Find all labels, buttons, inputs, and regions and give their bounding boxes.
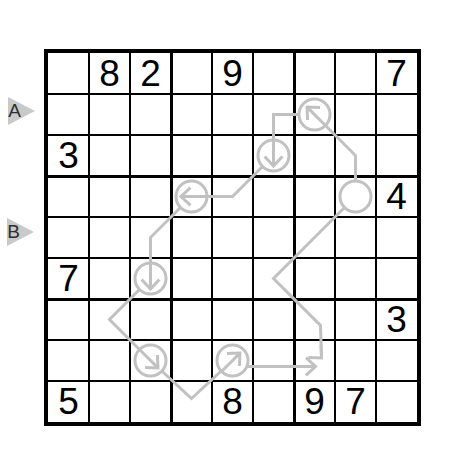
cell-r9c2[interactable]: [89, 381, 130, 422]
cell-r8c4[interactable]: [171, 340, 212, 381]
cell-r1c7[interactable]: [294, 53, 335, 94]
row-marker-b-label: B: [5, 218, 22, 246]
cell-r1c5[interactable]: 9: [212, 53, 253, 94]
cell-r2c2[interactable]: [89, 94, 130, 135]
cell-r6c5[interactable]: [212, 258, 253, 299]
cell-r9c1[interactable]: 5: [48, 381, 89, 422]
cell-r4c8[interactable]: [335, 176, 376, 217]
cell-r8c6[interactable]: [253, 340, 294, 381]
cell-r4c1[interactable]: [48, 176, 89, 217]
cell-r1c2[interactable]: 8: [89, 53, 130, 94]
cell-r5c3[interactable]: [130, 217, 171, 258]
cell-r3c8[interactable]: [335, 135, 376, 176]
cell-r2c6[interactable]: [253, 94, 294, 135]
cell-r7c6[interactable]: [253, 299, 294, 340]
cell-r3c2[interactable]: [89, 135, 130, 176]
cell-r2c1[interactable]: [48, 94, 89, 135]
cell-r9c8[interactable]: 7: [335, 381, 376, 422]
cell-r8c7[interactable]: [294, 340, 335, 381]
cell-r4c7[interactable]: [294, 176, 335, 217]
cell-r1c4[interactable]: [171, 53, 212, 94]
cell-r7c1[interactable]: [48, 299, 89, 340]
cell-r6c1[interactable]: 7: [48, 258, 89, 299]
cell-r6c9[interactable]: [376, 258, 417, 299]
cell-r7c3[interactable]: [130, 299, 171, 340]
cell-r9c4[interactable]: [171, 381, 212, 422]
cell-r4c9[interactable]: 4: [376, 176, 417, 217]
cell-r6c8[interactable]: [335, 258, 376, 299]
cell-r5c9[interactable]: [376, 217, 417, 258]
cell-r9c7[interactable]: 9: [294, 381, 335, 422]
cell-r7c8[interactable]: [335, 299, 376, 340]
cell-r3c7[interactable]: [294, 135, 335, 176]
cell-r2c3[interactable]: [130, 94, 171, 135]
cell-r5c2[interactable]: [89, 217, 130, 258]
cell-r6c3[interactable]: [130, 258, 171, 299]
cell-r8c3[interactable]: [130, 340, 171, 381]
cell-r6c7[interactable]: [294, 258, 335, 299]
cell-r9c5[interactable]: 8: [212, 381, 253, 422]
cell-r4c6[interactable]: [253, 176, 294, 217]
cell-r2c9[interactable]: [376, 94, 417, 135]
cell-r5c4[interactable]: [171, 217, 212, 258]
cell-r3c9[interactable]: [376, 135, 417, 176]
cell-r3c3[interactable]: [130, 135, 171, 176]
cell-r7c5[interactable]: [212, 299, 253, 340]
cell-r9c9[interactable]: [376, 381, 417, 422]
cell-r5c6[interactable]: [253, 217, 294, 258]
cell-r2c7[interactable]: [294, 94, 335, 135]
sudoku-board: 829734735897: [48, 53, 417, 422]
row-marker-a-label: A: [6, 97, 23, 125]
row-marker-b: B: [7, 218, 34, 246]
cell-r5c7[interactable]: [294, 217, 335, 258]
cell-r8c1[interactable]: [48, 340, 89, 381]
cell-r1c3[interactable]: 2: [130, 53, 171, 94]
cell-r8c8[interactable]: [335, 340, 376, 381]
cell-r2c8[interactable]: [335, 94, 376, 135]
cell-r5c5[interactable]: [212, 217, 253, 258]
cell-r7c2[interactable]: [89, 299, 130, 340]
cell-r3c5[interactable]: [212, 135, 253, 176]
cell-r1c9[interactable]: 7: [376, 53, 417, 94]
cell-r4c4[interactable]: [171, 176, 212, 217]
cell-r1c6[interactable]: [253, 53, 294, 94]
cell-r2c5[interactable]: [212, 94, 253, 135]
cell-r1c1[interactable]: [48, 53, 89, 94]
cell-r6c2[interactable]: [89, 258, 130, 299]
row-marker-a: A: [8, 97, 35, 125]
cell-r6c6[interactable]: [253, 258, 294, 299]
cell-r7c7[interactable]: [294, 299, 335, 340]
cell-r3c1[interactable]: 3: [48, 135, 89, 176]
cell-r1c8[interactable]: [335, 53, 376, 94]
cell-r4c5[interactable]: [212, 176, 253, 217]
cell-r9c3[interactable]: [130, 381, 171, 422]
cell-r8c5[interactable]: [212, 340, 253, 381]
cell-r4c3[interactable]: [130, 176, 171, 217]
cell-r7c9[interactable]: 3: [376, 299, 417, 340]
cell-r9c6[interactable]: [253, 381, 294, 422]
cell-r5c1[interactable]: [48, 217, 89, 258]
puzzle-stage: 829734735897 A B: [0, 0, 464, 472]
cell-r3c6[interactable]: [253, 135, 294, 176]
cell-r7c4[interactable]: [171, 299, 212, 340]
cell-r6c4[interactable]: [171, 258, 212, 299]
cell-r5c8[interactable]: [335, 217, 376, 258]
cell-r2c4[interactable]: [171, 94, 212, 135]
cell-r4c2[interactable]: [89, 176, 130, 217]
cell-r8c9[interactable]: [376, 340, 417, 381]
cell-r3c4[interactable]: [171, 135, 212, 176]
cell-r8c2[interactable]: [89, 340, 130, 381]
